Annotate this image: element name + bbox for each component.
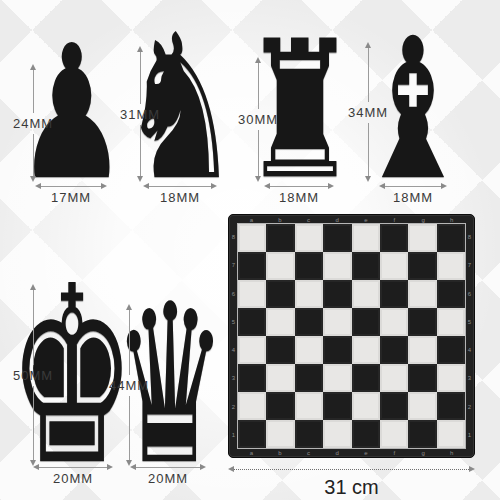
board-square: [380, 224, 408, 252]
board-square: [295, 280, 323, 308]
file-label: b: [266, 216, 295, 223]
rank-label: 6: [466, 280, 473, 308]
board-square: [238, 420, 266, 448]
board-square: [352, 336, 380, 364]
board-square: [408, 308, 436, 336]
board-square: [238, 280, 266, 308]
board-square: [295, 364, 323, 392]
board-coords-top: abcdefgh: [237, 216, 466, 223]
board-square: [408, 364, 436, 392]
file-label: a: [237, 216, 266, 223]
file-label: b: [266, 449, 295, 456]
rank-label: 7: [466, 251, 473, 279]
file-label: c: [294, 216, 323, 223]
board-square: [266, 252, 294, 280]
arrow-right-icon: [328, 183, 334, 189]
board-square: [437, 280, 465, 308]
file-label: a: [237, 449, 266, 456]
rank-label: 2: [230, 393, 237, 421]
board-square: [380, 336, 408, 364]
board-coords-left: 87654321: [230, 223, 237, 449]
arrow-down-icon: [137, 176, 143, 182]
file-label: h: [437, 449, 466, 456]
rank-label: 8: [466, 223, 473, 251]
rank-label: 1: [466, 421, 473, 449]
rank-label: 3: [466, 364, 473, 392]
board-square: [266, 364, 294, 392]
rook-width-label: 18MM: [279, 190, 319, 205]
board-square: [295, 308, 323, 336]
board-square: [380, 308, 408, 336]
board-grid: [237, 223, 466, 449]
arrow-right-icon: [107, 464, 113, 470]
rank-label: 6: [230, 280, 237, 308]
arrow-right-icon: [101, 183, 107, 189]
rank-label: 8: [230, 223, 237, 251]
king-height-label: 50MM: [13, 365, 53, 386]
board-square: [408, 420, 436, 448]
board-square: [352, 224, 380, 252]
rank-label: 4: [230, 336, 237, 364]
file-label: d: [323, 216, 352, 223]
file-label: e: [352, 449, 381, 456]
board-size-label: 31 cm: [324, 476, 378, 499]
board-square: [352, 308, 380, 336]
board-coords-bottom: abcdefgh: [237, 449, 466, 456]
board-square: [295, 420, 323, 448]
rank-label: 3: [230, 364, 237, 392]
board-coords-right: 87654321: [466, 223, 473, 449]
board-square: [352, 280, 380, 308]
file-label: h: [437, 216, 466, 223]
board-square: [266, 336, 294, 364]
board-square: [408, 280, 436, 308]
board-square: [323, 336, 351, 364]
board-square: [380, 392, 408, 420]
board-square: [437, 308, 465, 336]
rook-height-label: 30MM: [238, 109, 278, 130]
board-square: [266, 308, 294, 336]
arrow-down-icon: [255, 176, 261, 182]
board-square: [380, 364, 408, 392]
file-label: g: [409, 216, 438, 223]
board-square: [352, 252, 380, 280]
rank-label: 5: [230, 308, 237, 336]
arrow-down-icon: [365, 176, 371, 182]
arrow-down-icon: [30, 176, 36, 182]
board-square: [238, 252, 266, 280]
board-square: [408, 224, 436, 252]
rank-label: 1: [230, 421, 237, 449]
arrow-right-icon: [441, 183, 447, 189]
board-square: [295, 224, 323, 252]
file-label: d: [323, 449, 352, 456]
file-label: f: [380, 449, 409, 456]
board-square: [266, 224, 294, 252]
board-square: [380, 252, 408, 280]
board-square: [238, 224, 266, 252]
board-square: [437, 336, 465, 364]
board-square: [323, 364, 351, 392]
board-square: [352, 392, 380, 420]
chess-board: abcdefgh abcdefgh 87654321 87654321: [228, 214, 475, 458]
board-square: [266, 392, 294, 420]
rank-label: 7: [230, 251, 237, 279]
board-square: [266, 420, 294, 448]
board-square: [238, 336, 266, 364]
board-square: [352, 420, 380, 448]
bishop-height-label: 34MM: [348, 102, 388, 123]
board-square: [238, 392, 266, 420]
board-square: [238, 308, 266, 336]
queen-height-label: 44MM: [109, 375, 149, 396]
file-label: e: [352, 216, 381, 223]
board-square: [437, 252, 465, 280]
arrow-right-icon: [200, 464, 206, 470]
board-square: [437, 420, 465, 448]
board-square: [323, 308, 351, 336]
board-square: [408, 336, 436, 364]
board-square: [323, 224, 351, 252]
product-image-background: ♟ ♞ ♜ ♝ ♚ ♛ 24MM 31MM 30MM 34MM 50MM 44M…: [0, 0, 500, 500]
board-square: [323, 420, 351, 448]
board-square: [295, 392, 323, 420]
board-square: [437, 224, 465, 252]
rank-label: 5: [466, 308, 473, 336]
board-square: [408, 392, 436, 420]
board-square: [266, 280, 294, 308]
pawn-height-label: 24MM: [13, 113, 53, 134]
knight-width-label: 18MM: [160, 190, 200, 205]
arrow-right-icon: [469, 466, 475, 472]
board-square: [352, 364, 380, 392]
board-square: [408, 252, 436, 280]
board-square: [238, 364, 266, 392]
board-square: [323, 392, 351, 420]
file-label: f: [380, 216, 409, 223]
queen-width-label: 20MM: [148, 471, 188, 486]
board-square: [437, 392, 465, 420]
arrow-right-icon: [211, 183, 217, 189]
file-label: g: [409, 449, 438, 456]
bishop-width-label: 18MM: [393, 190, 433, 205]
board-square: [323, 252, 351, 280]
knight-height-label: 31MM: [120, 104, 160, 125]
rank-label: 2: [466, 393, 473, 421]
board-square: [323, 280, 351, 308]
board-square: [295, 252, 323, 280]
board-square: [380, 280, 408, 308]
board-square: [437, 364, 465, 392]
pawn-width-label: 17MM: [51, 190, 91, 205]
board-square: [380, 420, 408, 448]
file-label: c: [294, 449, 323, 456]
rank-label: 4: [466, 336, 473, 364]
board-square: [295, 336, 323, 364]
king-width-label: 20MM: [53, 471, 93, 486]
